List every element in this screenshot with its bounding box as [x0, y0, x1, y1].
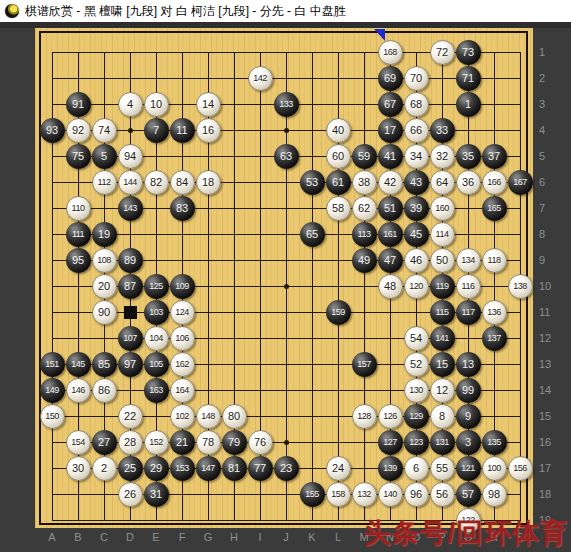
- point-N4[interactable]: 17: [377, 117, 403, 143]
- white-stone-28: 28: [118, 430, 143, 455]
- white-stone-158: 158: [326, 482, 351, 507]
- point-M6[interactable]: 38: [351, 169, 377, 195]
- point-A4[interactable]: 93: [39, 117, 65, 143]
- point-D17[interactable]: 25: [117, 455, 143, 481]
- point-B8[interactable]: 111: [65, 221, 91, 247]
- move-number: 39: [410, 203, 422, 214]
- point-B5[interactable]: 75: [65, 143, 91, 169]
- point-R12[interactable]: 137: [481, 325, 507, 351]
- white-stone-128: 128: [352, 404, 377, 429]
- point-B14[interactable]: 146: [65, 377, 91, 403]
- point-C6[interactable]: 112: [91, 169, 117, 195]
- point-N6[interactable]: 42: [377, 169, 403, 195]
- black-stone-51: 51: [378, 196, 403, 221]
- point-F17[interactable]: 153: [169, 455, 195, 481]
- point-D3[interactable]: 4: [117, 91, 143, 117]
- white-stone-138: 138: [508, 274, 533, 299]
- move-number: 77: [254, 463, 266, 474]
- row-label-8: 8: [539, 221, 561, 247]
- point-E4[interactable]: 7: [143, 117, 169, 143]
- white-stone-2: 2: [92, 456, 117, 481]
- point-B7[interactable]: 110: [65, 195, 91, 221]
- move-number: 59: [358, 151, 370, 162]
- point-M5[interactable]: 59: [351, 143, 377, 169]
- move-number: 53: [306, 177, 318, 188]
- white-stone-30: 30: [66, 456, 91, 481]
- point-L4[interactable]: 40: [325, 117, 351, 143]
- white-stone-54: 54: [404, 326, 429, 351]
- point-Q2[interactable]: 71: [455, 65, 481, 91]
- point-F6[interactable]: 84: [169, 169, 195, 195]
- point-O4[interactable]: 66: [403, 117, 429, 143]
- point-C16[interactable]: 27: [91, 429, 117, 455]
- point-D11[interactable]: [117, 299, 143, 325]
- point-N16[interactable]: 127: [377, 429, 403, 455]
- white-stone-4: 4: [118, 92, 143, 117]
- white-stone-76: 76: [248, 430, 273, 455]
- point-C11[interactable]: 90: [91, 299, 117, 325]
- point-C14[interactable]: 86: [91, 377, 117, 403]
- point-M15[interactable]: 128: [351, 403, 377, 429]
- watermark: 头条号/回环体育: [363, 515, 568, 551]
- white-stone-150: 150: [40, 404, 65, 429]
- point-P8[interactable]: 114: [429, 221, 455, 247]
- white-stone-114: 114: [430, 222, 455, 247]
- point-B16[interactable]: 154: [65, 429, 91, 455]
- black-stone-67: 67: [378, 92, 403, 117]
- point-C4[interactable]: 74: [91, 117, 117, 143]
- point-N15[interactable]: 126: [377, 403, 403, 429]
- point-Q3[interactable]: 1: [455, 91, 481, 117]
- point-C13[interactable]: 85: [91, 351, 117, 377]
- black-stone-161: 161: [378, 222, 403, 247]
- point-R5[interactable]: 37: [481, 143, 507, 169]
- move-number: 158: [331, 490, 345, 499]
- white-stone-22: 22: [118, 404, 143, 429]
- point-P7[interactable]: 160: [429, 195, 455, 221]
- black-stone-61: 61: [326, 170, 351, 195]
- point-S6[interactable]: 167: [507, 169, 533, 195]
- black-stone-45: 45: [404, 222, 429, 247]
- white-stone-32: 32: [430, 144, 455, 169]
- point-Q6[interactable]: 36: [455, 169, 481, 195]
- point-E16[interactable]: 152: [143, 429, 169, 455]
- move-number: 124: [175, 308, 189, 317]
- point-N2[interactable]: 69: [377, 65, 403, 91]
- point-N3[interactable]: 67: [377, 91, 403, 117]
- point-F16[interactable]: 21: [169, 429, 195, 455]
- black-stone-29: 29: [144, 456, 169, 481]
- point-R16[interactable]: 135: [481, 429, 507, 455]
- point-D15[interactable]: 22: [117, 403, 143, 429]
- move-number: 48: [384, 281, 396, 292]
- point-A15[interactable]: 150: [39, 403, 65, 429]
- white-stone-48: 48: [378, 274, 403, 299]
- point-L18[interactable]: 158: [325, 481, 351, 507]
- move-number: 13: [462, 359, 474, 370]
- point-J5[interactable]: 63: [273, 143, 299, 169]
- white-stone-8: 8: [430, 404, 455, 429]
- point-L17[interactable]: 24: [325, 455, 351, 481]
- point-F7[interactable]: 83: [169, 195, 195, 221]
- move-number: 155: [305, 490, 319, 499]
- black-stone-59: 59: [352, 144, 377, 169]
- point-N7[interactable]: 51: [377, 195, 403, 221]
- move-number: 128: [357, 412, 371, 421]
- point-B17[interactable]: 30: [65, 455, 91, 481]
- move-number: 138: [513, 282, 527, 291]
- white-stone-136: 136: [482, 300, 507, 325]
- point-H15[interactable]: 80: [221, 403, 247, 429]
- point-L11[interactable]: 159: [325, 299, 351, 325]
- black-stone-151: 151: [40, 352, 65, 377]
- point-B13[interactable]: 145: [65, 351, 91, 377]
- point-F10[interactable]: 109: [169, 273, 195, 299]
- point-O14[interactable]: 130: [403, 377, 429, 403]
- move-number: 10: [150, 99, 162, 110]
- move-number: 68: [410, 99, 422, 110]
- point-C17[interactable]: 2: [91, 455, 117, 481]
- point-O15[interactable]: 129: [403, 403, 429, 429]
- point-O9[interactable]: 46: [403, 247, 429, 273]
- point-E13[interactable]: 105: [143, 351, 169, 377]
- move-number: 34: [410, 151, 422, 162]
- point-N17[interactable]: 139: [377, 455, 403, 481]
- black-stone-157: 157: [352, 352, 377, 377]
- move-number: 64: [436, 177, 448, 188]
- point-O5[interactable]: 34: [403, 143, 429, 169]
- point-P12[interactable]: 141: [429, 325, 455, 351]
- point-E6[interactable]: 82: [143, 169, 169, 195]
- point-O6[interactable]: 43: [403, 169, 429, 195]
- point-E10[interactable]: 125: [143, 273, 169, 299]
- point-M18[interactable]: 132: [351, 481, 377, 507]
- white-stone-146: 146: [66, 378, 91, 403]
- point-P13[interactable]: 15: [429, 351, 455, 377]
- move-number: 40: [332, 125, 344, 136]
- white-stone-80: 80: [222, 404, 247, 429]
- point-M13[interactable]: 157: [351, 351, 377, 377]
- move-number: 75: [72, 151, 84, 162]
- point-F12[interactable]: 106: [169, 325, 195, 351]
- move-number: 105: [149, 360, 163, 369]
- move-number: 45: [410, 229, 422, 240]
- move-number: 137: [487, 334, 501, 343]
- row-label-11: 11: [539, 299, 561, 325]
- point-L5[interactable]: 60: [325, 143, 351, 169]
- black-stone-113: 113: [352, 222, 377, 247]
- point-F13[interactable]: 162: [169, 351, 195, 377]
- point-D9[interactable]: 89: [117, 247, 143, 273]
- point-F15[interactable]: 102: [169, 403, 195, 429]
- black-stone-155: 155: [300, 482, 325, 507]
- point-P9[interactable]: 50: [429, 247, 455, 273]
- point-O13[interactable]: 52: [403, 351, 429, 377]
- row-label-5: 5: [539, 143, 561, 169]
- point-R7[interactable]: 165: [481, 195, 507, 221]
- move-number: 116: [462, 282, 475, 291]
- move-number: 144: [123, 178, 137, 187]
- row-labels: 12345678910111213141516171819: [539, 39, 561, 533]
- move-number: 71: [462, 73, 474, 84]
- point-O17[interactable]: 6: [403, 455, 429, 481]
- point-O18[interactable]: 96: [403, 481, 429, 507]
- point-Q5[interactable]: 35: [455, 143, 481, 169]
- point-N5[interactable]: 41: [377, 143, 403, 169]
- point-I16[interactable]: 76: [247, 429, 273, 455]
- go-board[interactable]: 1687273142697071914101413367681939274711…: [35, 28, 533, 528]
- move-number: 26: [124, 489, 136, 500]
- point-G6[interactable]: 18: [195, 169, 221, 195]
- black-stone-97: 97: [118, 352, 143, 377]
- point-G4[interactable]: 16: [195, 117, 221, 143]
- point-Q16[interactable]: 3: [455, 429, 481, 455]
- point-F14[interactable]: 164: [169, 377, 195, 403]
- point-Q17[interactable]: 121: [455, 455, 481, 481]
- point-O2[interactable]: 70: [403, 65, 429, 91]
- point-E11[interactable]: 103: [143, 299, 169, 325]
- point-N10[interactable]: 48: [377, 273, 403, 299]
- black-stone-81: 81: [222, 456, 247, 481]
- white-stone-72: 72: [430, 40, 455, 65]
- white-stone-40: 40: [326, 118, 351, 143]
- move-number: 33: [436, 125, 448, 136]
- point-B9[interactable]: 95: [65, 247, 91, 273]
- point-P11[interactable]: 115: [429, 299, 455, 325]
- move-number: 65: [306, 229, 318, 240]
- titlebar: 棋谱欣赏 - 黑 檀啸 [九段] 对 白 柯洁 [九段] - 分先 - 白 中盘…: [0, 0, 571, 22]
- move-number: 95: [72, 255, 84, 266]
- move-number: 86: [98, 385, 110, 396]
- move-number: 89: [124, 255, 136, 266]
- row-label-17: 17: [539, 455, 561, 481]
- white-stone-74: 74: [92, 118, 117, 143]
- move-number: 7: [153, 125, 159, 136]
- point-K6[interactable]: 53: [299, 169, 325, 195]
- point-M7[interactable]: 62: [351, 195, 377, 221]
- point-P15[interactable]: 8: [429, 403, 455, 429]
- point-D13[interactable]: 97: [117, 351, 143, 377]
- point-D7[interactable]: 143: [117, 195, 143, 221]
- point-P1[interactable]: 72: [429, 39, 455, 65]
- point-D5[interactable]: 94: [117, 143, 143, 169]
- move-number: 15: [436, 359, 448, 370]
- black-stone-165: 165: [482, 196, 507, 221]
- white-stone-148: 148: [196, 404, 221, 429]
- move-number: 50: [436, 255, 448, 266]
- point-C8[interactable]: 19: [91, 221, 117, 247]
- move-number: 102: [175, 412, 189, 421]
- black-stone-37: 37: [482, 144, 507, 169]
- move-number: 91: [72, 99, 84, 110]
- point-C10[interactable]: 20: [91, 273, 117, 299]
- point-O10[interactable]: 120: [403, 273, 429, 299]
- point-I17[interactable]: 77: [247, 455, 273, 481]
- point-Q9[interactable]: 134: [455, 247, 481, 273]
- point-Q11[interactable]: 117: [455, 299, 481, 325]
- white-stone-92: 92: [66, 118, 91, 143]
- point-R11[interactable]: 136: [481, 299, 507, 325]
- move-number: 118: [488, 256, 501, 265]
- white-stone-62: 62: [352, 196, 377, 221]
- point-C5[interactable]: 5: [91, 143, 117, 169]
- point-Q14[interactable]: 99: [455, 377, 481, 403]
- point-P4[interactable]: 33: [429, 117, 455, 143]
- point-I2[interactable]: 142: [247, 65, 273, 91]
- point-P5[interactable]: 32: [429, 143, 455, 169]
- point-N9[interactable]: 47: [377, 247, 403, 273]
- black-stone-7: 7: [144, 118, 169, 143]
- point-O16[interactable]: 123: [403, 429, 429, 455]
- point-R17[interactable]: 100: [481, 455, 507, 481]
- black-stone-85: 85: [92, 352, 117, 377]
- point-O3[interactable]: 68: [403, 91, 429, 117]
- move-number: 30: [72, 463, 84, 474]
- column-label-I: I: [247, 531, 273, 543]
- point-S10[interactable]: 138: [507, 273, 533, 299]
- point-D16[interactable]: 28: [117, 429, 143, 455]
- point-O12[interactable]: 54: [403, 325, 429, 351]
- point-P17[interactable]: 55: [429, 455, 455, 481]
- black-stone-47: 47: [378, 248, 403, 273]
- move-number: 125: [149, 282, 163, 291]
- point-B4[interactable]: 92: [65, 117, 91, 143]
- move-number: 38: [358, 177, 370, 188]
- white-stone-126: 126: [378, 404, 403, 429]
- move-number: 14: [202, 99, 214, 110]
- point-E12[interactable]: 104: [143, 325, 169, 351]
- point-G3[interactable]: 14: [195, 91, 221, 117]
- move-number: 153: [175, 464, 189, 473]
- move-number: 74: [98, 125, 110, 136]
- point-E17[interactable]: 29: [143, 455, 169, 481]
- point-L6[interactable]: 61: [325, 169, 351, 195]
- point-P14[interactable]: 12: [429, 377, 455, 403]
- move-number: 90: [98, 307, 110, 318]
- white-stone-102: 102: [170, 404, 195, 429]
- point-E3[interactable]: 10: [143, 91, 169, 117]
- point-Q15[interactable]: 9: [455, 403, 481, 429]
- point-M9[interactable]: 49: [351, 247, 377, 273]
- point-L7[interactable]: 58: [325, 195, 351, 221]
- point-R6[interactable]: 166: [481, 169, 507, 195]
- point-J17[interactable]: 23: [273, 455, 299, 481]
- point-R18[interactable]: 98: [481, 481, 507, 507]
- point-N18[interactable]: 140: [377, 481, 403, 507]
- point-G15[interactable]: 148: [195, 403, 221, 429]
- point-P6[interactable]: 64: [429, 169, 455, 195]
- white-stone-6: 6: [404, 456, 429, 481]
- point-G16[interactable]: 78: [195, 429, 221, 455]
- move-number: 148: [201, 412, 215, 421]
- point-F4[interactable]: 11: [169, 117, 195, 143]
- black-stone-167: 167: [508, 170, 533, 195]
- point-H16[interactable]: 79: [221, 429, 247, 455]
- move-number: 134: [461, 256, 475, 265]
- move-number: 47: [384, 255, 396, 266]
- point-K8[interactable]: 65: [299, 221, 325, 247]
- point-M8[interactable]: 113: [351, 221, 377, 247]
- point-P16[interactable]: 131: [429, 429, 455, 455]
- point-Q10[interactable]: 116: [455, 273, 481, 299]
- move-number: 18: [202, 177, 214, 188]
- point-Q18[interactable]: 57: [455, 481, 481, 507]
- move-number: 150: [45, 412, 59, 421]
- white-stone-116: 116: [456, 274, 481, 299]
- point-R9[interactable]: 118: [481, 247, 507, 273]
- black-stone-103: 103: [144, 300, 169, 325]
- white-stone-34: 34: [404, 144, 429, 169]
- black-stone-17: 17: [378, 118, 403, 143]
- point-O7[interactable]: 39: [403, 195, 429, 221]
- move-number: 76: [254, 437, 266, 448]
- point-A13[interactable]: 151: [39, 351, 65, 377]
- white-stone-18: 18: [196, 170, 221, 195]
- point-J3[interactable]: 133: [273, 91, 299, 117]
- point-H17[interactable]: 81: [221, 455, 247, 481]
- move-number: 29: [150, 463, 162, 474]
- point-P10[interactable]: 119: [429, 273, 455, 299]
- white-stone-104: 104: [144, 326, 169, 351]
- point-F11[interactable]: 124: [169, 299, 195, 325]
- point-A14[interactable]: 149: [39, 377, 65, 403]
- black-stone-121: 121: [456, 456, 481, 481]
- black-stone-77: 77: [248, 456, 273, 481]
- point-G17[interactable]: 147: [195, 455, 221, 481]
- point-E18[interactable]: 31: [143, 481, 169, 507]
- white-stone-70: 70: [404, 66, 429, 91]
- point-O8[interactable]: 45: [403, 221, 429, 247]
- white-stone-38: 38: [352, 170, 377, 195]
- move-number: 106: [175, 334, 189, 343]
- move-number: 37: [488, 151, 500, 162]
- column-label-J: J: [273, 531, 299, 543]
- move-number: 164: [175, 386, 189, 395]
- point-N8[interactable]: 161: [377, 221, 403, 247]
- point-K18[interactable]: 155: [299, 481, 325, 507]
- move-number: 78: [202, 437, 214, 448]
- move-number: 115: [436, 308, 449, 317]
- black-stone-63: 63: [274, 144, 299, 169]
- black-stone-119: 119: [430, 274, 455, 299]
- black-stone-147: 147: [196, 456, 221, 481]
- point-P18[interactable]: 56: [429, 481, 455, 507]
- move-number: 2: [101, 463, 107, 474]
- column-label-C: C: [91, 531, 117, 543]
- column-label-B: B: [65, 531, 91, 543]
- white-stone-64: 64: [430, 170, 455, 195]
- row-label-4: 4: [539, 117, 561, 143]
- black-stone-145: 145: [66, 352, 91, 377]
- move-number: 79: [228, 437, 240, 448]
- point-D6[interactable]: 144: [117, 169, 143, 195]
- move-number: 12: [436, 385, 448, 396]
- point-N1[interactable]: 168: [377, 39, 403, 65]
- point-S17[interactable]: 156: [507, 455, 533, 481]
- point-Q1[interactable]: 73: [455, 39, 481, 65]
- point-D12[interactable]: 107: [117, 325, 143, 351]
- row-label-6: 6: [539, 169, 561, 195]
- point-Q13[interactable]: 13: [455, 351, 481, 377]
- point-D18[interactable]: 26: [117, 481, 143, 507]
- point-C9[interactable]: 108: [91, 247, 117, 273]
- point-B3[interactable]: 91: [65, 91, 91, 117]
- move-number: 62: [358, 203, 370, 214]
- point-E14[interactable]: 163: [143, 377, 169, 403]
- point-D10[interactable]: 87: [117, 273, 143, 299]
- white-stone-154: 154: [66, 430, 91, 455]
- black-stone-143: 143: [118, 196, 143, 221]
